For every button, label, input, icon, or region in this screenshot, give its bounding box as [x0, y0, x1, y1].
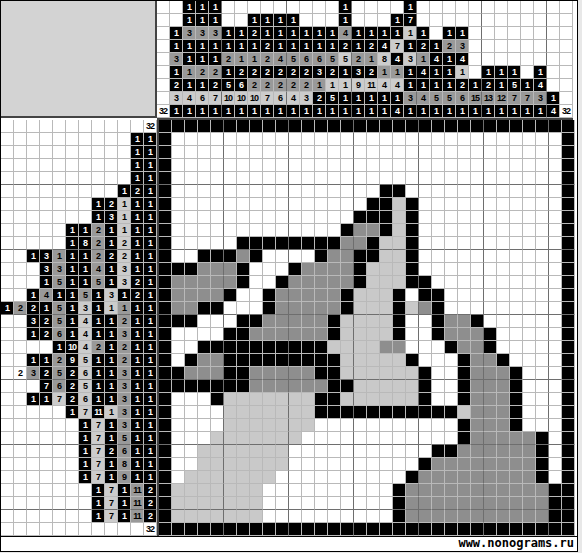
column-clue-cell[interactable]: 2 [196, 66, 209, 79]
grid-cell[interactable] [185, 302, 198, 315]
row-clue-cell[interactable]: 1 [79, 250, 92, 263]
grid-cell[interactable] [484, 380, 497, 393]
row-clue-cell[interactable]: 1 [131, 380, 144, 393]
grid-cell[interactable] [523, 159, 536, 172]
grid-cell[interactable] [562, 497, 575, 510]
grid-cell[interactable] [510, 237, 523, 250]
column-clue-cell[interactable]: 1 [508, 105, 521, 118]
grid-cell[interactable] [211, 198, 224, 211]
grid-cell[interactable] [276, 172, 289, 185]
row-clue-cell[interactable]: 1 [144, 250, 157, 263]
column-clue-cell[interactable]: 1 [170, 66, 183, 79]
grid-cell[interactable] [484, 133, 497, 146]
grid-cell[interactable] [237, 406, 250, 419]
grid-cell[interactable] [432, 458, 445, 471]
grid-cell[interactable] [185, 133, 198, 146]
grid-cell[interactable] [432, 406, 445, 419]
grid-cell[interactable] [562, 172, 575, 185]
grid-cell[interactable] [523, 289, 536, 302]
grid-cell[interactable] [276, 224, 289, 237]
column-clue-cell[interactable]: 1 [417, 79, 430, 92]
row-clue-cell[interactable]: 1 [79, 471, 92, 484]
row-clue-cell[interactable]: 3 [118, 263, 131, 276]
grid-cell[interactable] [445, 120, 458, 133]
grid-cell[interactable] [393, 419, 406, 432]
column-clue-cell[interactable]: 2 [482, 79, 495, 92]
grid-cell[interactable] [198, 289, 211, 302]
row-clue-cell[interactable]: 7 [40, 380, 53, 393]
grid-cell[interactable] [380, 302, 393, 315]
row-clue-cell[interactable]: 2 [118, 237, 131, 250]
column-clue-cell[interactable]: 3 [300, 92, 313, 105]
grid-cell[interactable] [484, 445, 497, 458]
column-clue-cell[interactable]: 4 [274, 53, 287, 66]
grid-cell[interactable] [315, 354, 328, 367]
grid-cell[interactable] [497, 172, 510, 185]
grid-cell[interactable] [432, 354, 445, 367]
grid-cell[interactable] [315, 471, 328, 484]
grid-cell[interactable] [380, 445, 393, 458]
grid-cell[interactable] [510, 146, 523, 159]
grid-cell[interactable] [393, 250, 406, 263]
column-clue-cell[interactable]: 1 [495, 105, 508, 118]
grid-cell[interactable] [289, 315, 302, 328]
grid-cell[interactable] [393, 133, 406, 146]
grid-cell[interactable] [471, 172, 484, 185]
grid-cell[interactable] [458, 380, 471, 393]
row-clue-cell[interactable]: 11 [131, 484, 144, 497]
row-clue-cell[interactable]: 1 [79, 419, 92, 432]
grid-cell[interactable] [224, 380, 237, 393]
grid-cell[interactable] [289, 367, 302, 380]
column-clue-cell[interactable]: 1 [365, 92, 378, 105]
grid-cell[interactable] [328, 497, 341, 510]
grid-cell[interactable] [393, 484, 406, 497]
grid-cell[interactable] [406, 263, 419, 276]
column-clue-cell[interactable]: 1 [222, 105, 235, 118]
column-clue-cell[interactable]: 5 [430, 92, 443, 105]
grid-cell[interactable] [419, 406, 432, 419]
grid-cell[interactable] [250, 380, 263, 393]
grid-cell[interactable] [445, 185, 458, 198]
grid-cell[interactable] [510, 159, 523, 172]
row-clue-cell[interactable]: 1 [118, 497, 131, 510]
row-clue-cell[interactable]: 2 [92, 341, 105, 354]
grid-cell[interactable] [159, 458, 172, 471]
grid-cell[interactable] [159, 159, 172, 172]
grid-cell[interactable] [549, 120, 562, 133]
column-clue-cell[interactable]: 5 [443, 92, 456, 105]
grid-cell[interactable] [380, 198, 393, 211]
grid-cell[interactable] [497, 484, 510, 497]
column-clue-cell[interactable]: 2 [313, 92, 326, 105]
grid-cell[interactable] [263, 497, 276, 510]
grid-cell[interactable] [276, 302, 289, 315]
grid-cell[interactable] [302, 224, 315, 237]
row-clue-cell[interactable]: 1 [131, 354, 144, 367]
grid-cell[interactable] [471, 458, 484, 471]
row-clue-cell[interactable]: 1 [144, 315, 157, 328]
row-clue-cell[interactable]: 1 [105, 341, 118, 354]
grid-cell[interactable] [159, 224, 172, 237]
grid-cell[interactable] [341, 471, 354, 484]
row-clue-cell[interactable]: 5 [53, 302, 66, 315]
grid-cell[interactable] [497, 315, 510, 328]
grid-cell[interactable] [328, 458, 341, 471]
grid-cell[interactable] [263, 458, 276, 471]
grid-cell[interactable] [211, 302, 224, 315]
grid-cell[interactable] [380, 211, 393, 224]
grid-cell[interactable] [211, 146, 224, 159]
column-clue-cell[interactable]: 6 [274, 92, 287, 105]
grid-cell[interactable] [315, 497, 328, 510]
grid-cell[interactable] [419, 497, 432, 510]
grid-cell[interactable] [562, 432, 575, 445]
grid-cell[interactable] [276, 510, 289, 523]
column-clue-cell[interactable]: 1 [235, 40, 248, 53]
row-clue-cell[interactable]: 1 [40, 354, 53, 367]
grid-cell[interactable] [328, 315, 341, 328]
grid-cell[interactable] [276, 354, 289, 367]
grid-cell[interactable] [406, 341, 419, 354]
grid-cell[interactable] [510, 120, 523, 133]
grid-cell[interactable] [159, 185, 172, 198]
grid-cell[interactable] [497, 146, 510, 159]
grid-cell[interactable] [185, 380, 198, 393]
row-clue-cell[interactable]: 1 [144, 393, 157, 406]
grid-cell[interactable] [419, 367, 432, 380]
grid-cell[interactable] [328, 367, 341, 380]
column-clue-cell[interactable]: 1 [365, 27, 378, 40]
grid-cell[interactable] [367, 419, 380, 432]
grid-cell[interactable] [211, 315, 224, 328]
grid-cell[interactable] [367, 276, 380, 289]
grid-cell[interactable] [211, 432, 224, 445]
grid-cell[interactable] [159, 315, 172, 328]
grid-cell[interactable] [432, 341, 445, 354]
grid-cell[interactable] [419, 484, 432, 497]
grid-cell[interactable] [484, 497, 497, 510]
column-clue-cell[interactable]: 1 [274, 27, 287, 40]
grid-cell[interactable] [458, 276, 471, 289]
grid-cell[interactable] [263, 146, 276, 159]
grid-cell[interactable] [523, 510, 536, 523]
row-clue-cell[interactable]: 1 [105, 328, 118, 341]
grid-cell[interactable] [289, 419, 302, 432]
grid-cell[interactable] [419, 458, 432, 471]
grid-cell[interactable] [289, 406, 302, 419]
grid-cell[interactable] [354, 510, 367, 523]
row-clue-cell[interactable]: 5 [118, 432, 131, 445]
grid-cell[interactable] [224, 393, 237, 406]
grid-cell[interactable] [497, 523, 510, 536]
grid-cell[interactable] [367, 328, 380, 341]
column-clue-cell[interactable]: 10 [235, 92, 248, 105]
grid-cell[interactable] [185, 419, 198, 432]
grid-cell[interactable] [445, 419, 458, 432]
grid-cell[interactable] [471, 523, 484, 536]
grid-cell[interactable] [549, 458, 562, 471]
grid-cell[interactable] [211, 523, 224, 536]
column-clue-cell[interactable]: 1 [235, 27, 248, 40]
column-clue-cell[interactable]: 1 [443, 53, 456, 66]
grid-cell[interactable] [393, 289, 406, 302]
grid-cell[interactable] [445, 510, 458, 523]
column-clue-cell[interactable]: 1 [209, 14, 222, 27]
row-clue-cell[interactable]: 1 [118, 185, 131, 198]
grid-cell[interactable] [198, 198, 211, 211]
grid-cell[interactable] [393, 497, 406, 510]
grid-cell[interactable] [172, 289, 185, 302]
column-clue-cell[interactable]: 1 [404, 66, 417, 79]
grid-cell[interactable] [380, 250, 393, 263]
grid-cell[interactable] [536, 523, 549, 536]
grid-cell[interactable] [432, 172, 445, 185]
grid-cell[interactable] [315, 419, 328, 432]
column-clue-cell[interactable]: 11 [365, 79, 378, 92]
column-clue-cell[interactable]: 1 [339, 105, 352, 118]
column-clue-cell[interactable]: 2 [365, 40, 378, 53]
grid-cell[interactable] [302, 341, 315, 354]
grid-cell[interactable] [237, 419, 250, 432]
column-clue-cell[interactable]: 10 [222, 92, 235, 105]
grid-cell[interactable] [536, 146, 549, 159]
grid-cell[interactable] [406, 224, 419, 237]
grid-cell[interactable] [432, 237, 445, 250]
grid-cell[interactable] [432, 198, 445, 211]
row-clue-cell[interactable]: 1 [118, 224, 131, 237]
grid-cell[interactable] [393, 315, 406, 328]
row-clue-cell[interactable]: 1 [144, 237, 157, 250]
grid-cell[interactable] [562, 523, 575, 536]
grid-cell[interactable] [172, 471, 185, 484]
grid-cell[interactable] [315, 250, 328, 263]
grid-cell[interactable] [484, 172, 497, 185]
grid-cell[interactable] [159, 497, 172, 510]
row-clue-cell[interactable]: 6 [79, 367, 92, 380]
grid-cell[interactable] [458, 120, 471, 133]
grid-cell[interactable] [159, 328, 172, 341]
grid-cell[interactable] [185, 341, 198, 354]
grid-cell[interactable] [185, 406, 198, 419]
grid-cell[interactable] [159, 146, 172, 159]
column-clue-cell[interactable]: 2 [209, 66, 222, 79]
grid-cell[interactable] [172, 133, 185, 146]
grid-cell[interactable] [536, 380, 549, 393]
grid-cell[interactable] [432, 445, 445, 458]
row-clue-cell[interactable]: 1 [79, 276, 92, 289]
grid-cell[interactable] [172, 276, 185, 289]
column-clue-cell[interactable]: 1 [547, 92, 560, 105]
row-clue-cell[interactable]: 1 [118, 510, 131, 523]
column-clue-cell[interactable]: 6 [235, 79, 248, 92]
grid-cell[interactable] [198, 484, 211, 497]
column-clue-cell[interactable]: 1 [352, 40, 365, 53]
row-clue-cell[interactable]: 1 [53, 289, 66, 302]
row-clue-cell[interactable]: 1 [40, 393, 53, 406]
grid-cell[interactable] [354, 328, 367, 341]
column-clue-cell[interactable]: 7 [508, 92, 521, 105]
grid-cell[interactable] [302, 354, 315, 367]
column-clue-cell[interactable]: 1 [391, 92, 404, 105]
row-clue-cell[interactable]: 11 [131, 510, 144, 523]
row-clue-cell[interactable]: 1 [131, 445, 144, 458]
grid-cell[interactable] [159, 380, 172, 393]
row-clue-cell[interactable]: 1 [105, 354, 118, 367]
row-clue-cell[interactable]: 1 [118, 211, 131, 224]
grid-cell[interactable] [497, 302, 510, 315]
grid-cell[interactable] [289, 250, 302, 263]
column-clue-cell[interactable]: 5 [326, 53, 339, 66]
grid-cell[interactable] [497, 471, 510, 484]
column-clue-cell[interactable]: 5 [287, 53, 300, 66]
grid-cell[interactable] [211, 159, 224, 172]
grid-cell[interactable] [510, 328, 523, 341]
grid-cell[interactable] [354, 367, 367, 380]
grid-cell[interactable] [354, 133, 367, 146]
column-clue-cell[interactable]: 2 [456, 79, 469, 92]
column-clue-cell[interactable]: 1 [521, 105, 534, 118]
grid-cell[interactable] [380, 419, 393, 432]
grid-cell[interactable] [224, 146, 237, 159]
grid-cell[interactable] [536, 432, 549, 445]
grid-cell[interactable] [159, 367, 172, 380]
column-clue-cell[interactable]: 4 [183, 92, 196, 105]
grid-cell[interactable] [419, 120, 432, 133]
grid-cell[interactable] [224, 471, 237, 484]
column-clue-cell[interactable]: 2 [261, 53, 274, 66]
column-clue-cell[interactable]: 2 [209, 79, 222, 92]
grid-cell[interactable] [172, 120, 185, 133]
grid-cell[interactable] [302, 159, 315, 172]
grid-cell[interactable] [536, 393, 549, 406]
grid-cell[interactable] [237, 276, 250, 289]
row-clue-cell[interactable]: 1 [144, 445, 157, 458]
grid-cell[interactable] [328, 159, 341, 172]
grid-cell[interactable] [393, 458, 406, 471]
grid-cell[interactable] [458, 510, 471, 523]
grid-cell[interactable] [224, 289, 237, 302]
grid-cell[interactable] [185, 237, 198, 250]
grid-cell[interactable] [471, 237, 484, 250]
grid-cell[interactable] [341, 276, 354, 289]
grid-cell[interactable] [276, 484, 289, 497]
grid-cell[interactable] [549, 354, 562, 367]
grid-cell[interactable] [263, 354, 276, 367]
row-clue-cell[interactable]: 1 [27, 393, 40, 406]
row-clue-cell[interactable]: 32 [144, 120, 157, 133]
row-clue-cell[interactable]: 1 [131, 250, 144, 263]
column-clue-cell[interactable]: 1 [443, 105, 456, 118]
column-clue-cell[interactable]: 1 [313, 40, 326, 53]
grid-cell[interactable] [237, 224, 250, 237]
grid-cell[interactable] [185, 484, 198, 497]
grid-cell[interactable] [354, 211, 367, 224]
grid-cell[interactable] [328, 185, 341, 198]
grid-cell[interactable] [263, 211, 276, 224]
grid-cell[interactable] [536, 211, 549, 224]
grid-cell[interactable] [289, 354, 302, 367]
grid-cell[interactable] [185, 185, 198, 198]
grid-cell[interactable] [380, 328, 393, 341]
grid-cell[interactable] [419, 172, 432, 185]
column-clue-cell[interactable]: 1 [287, 105, 300, 118]
grid-cell[interactable] [523, 302, 536, 315]
grid-cell[interactable] [315, 406, 328, 419]
grid-cell[interactable] [211, 120, 224, 133]
grid-cell[interactable] [328, 328, 341, 341]
row-clue-cell[interactable]: 1 [66, 276, 79, 289]
grid-cell[interactable] [393, 523, 406, 536]
column-clue-cell[interactable]: 32 [560, 105, 573, 118]
grid-cell[interactable] [289, 198, 302, 211]
column-clue-cell[interactable]: 7 [404, 14, 417, 27]
grid-cell[interactable] [263, 289, 276, 302]
grid-cell[interactable] [471, 302, 484, 315]
grid-cell[interactable] [367, 367, 380, 380]
grid-cell[interactable] [224, 276, 237, 289]
row-clue-cell[interactable]: 7 [92, 458, 105, 471]
grid-cell[interactable] [315, 159, 328, 172]
grid-cell[interactable] [367, 315, 380, 328]
grid-cell[interactable] [432, 432, 445, 445]
column-clue-cell[interactable]: 1 [183, 53, 196, 66]
grid-cell[interactable] [380, 484, 393, 497]
grid-cell[interactable] [198, 133, 211, 146]
grid-cell[interactable] [315, 185, 328, 198]
grid-cell[interactable] [419, 302, 432, 315]
grid-cell[interactable] [237, 185, 250, 198]
grid-cell[interactable] [302, 315, 315, 328]
column-clue-cell[interactable]: 1 [378, 92, 391, 105]
grid-cell[interactable] [172, 341, 185, 354]
grid-cell[interactable] [263, 237, 276, 250]
grid-cell[interactable] [237, 380, 250, 393]
grid-cell[interactable] [445, 289, 458, 302]
column-clue-cell[interactable]: 2 [352, 53, 365, 66]
row-clue-cell[interactable]: 1 [118, 198, 131, 211]
row-clue-cell[interactable]: 2 [66, 380, 79, 393]
grid-cell[interactable] [341, 484, 354, 497]
grid-cell[interactable] [458, 354, 471, 367]
grid-cell[interactable] [549, 211, 562, 224]
row-clue-cell[interactable]: 3 [118, 419, 131, 432]
grid-cell[interactable] [211, 224, 224, 237]
column-clue-cell[interactable]: 7 [261, 92, 274, 105]
grid-cell[interactable] [250, 237, 263, 250]
grid-cell[interactable] [458, 406, 471, 419]
grid-cell[interactable] [224, 406, 237, 419]
grid-cell[interactable] [159, 198, 172, 211]
column-clue-cell[interactable]: 4 [287, 92, 300, 105]
grid-cell[interactable] [419, 523, 432, 536]
column-clue-cell[interactable]: 1 [495, 79, 508, 92]
column-clue-cell[interactable]: 1 [404, 105, 417, 118]
grid-cell[interactable] [510, 471, 523, 484]
column-clue-cell[interactable]: 1 [209, 105, 222, 118]
grid-cell[interactable] [562, 445, 575, 458]
grid-cell[interactable] [510, 523, 523, 536]
row-clue-cell[interactable]: 1 [92, 315, 105, 328]
column-clue-cell[interactable]: 1 [222, 27, 235, 40]
grid-cell[interactable] [484, 198, 497, 211]
grid-cell[interactable] [211, 341, 224, 354]
grid-cell[interactable] [419, 159, 432, 172]
row-clue-cell[interactable]: 1 [131, 419, 144, 432]
row-clue-cell[interactable]: 5 [92, 276, 105, 289]
grid-cell[interactable] [549, 367, 562, 380]
grid-cell[interactable] [263, 406, 276, 419]
